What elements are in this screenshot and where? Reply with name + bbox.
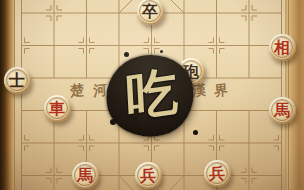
- capture-effect: 吃: [104, 51, 196, 139]
- piece-red-horse[interactable]: 馬: [269, 97, 296, 124]
- piece-glyph: 兵: [204, 160, 231, 187]
- piece-glyph: 車: [44, 95, 71, 122]
- ink-splatter: [124, 52, 129, 57]
- piece-glyph: 相: [269, 34, 296, 61]
- piece-black-soldier[interactable]: 卒: [137, 0, 164, 25]
- piece-glyph: 馬: [72, 162, 99, 189]
- piece-glyph: 馬: [269, 97, 296, 124]
- piece-glyph: 兵: [135, 162, 162, 189]
- piece-red-elephant[interactable]: 相: [269, 34, 296, 61]
- xiangqi-game-screen: 楚河漢界 卒相士砲車馬馬兵兵 吃: [0, 0, 304, 190]
- piece-black-advisor[interactable]: 士: [4, 67, 31, 94]
- piece-red-soldier[interactable]: 兵: [204, 160, 231, 187]
- piece-red-soldier[interactable]: 兵: [135, 162, 162, 189]
- river-char: 楚: [70, 81, 85, 100]
- ink-splatter: [160, 50, 163, 53]
- piece-red-horse[interactable]: 馬: [72, 162, 99, 189]
- piece-glyph: 士: [4, 67, 31, 94]
- piece-red-chariot[interactable]: 車: [44, 95, 71, 122]
- ink-splatter: [193, 130, 198, 135]
- capture-glyph: 吃: [106, 45, 198, 145]
- ink-splatter: [110, 119, 116, 125]
- river-char: 界: [214, 81, 229, 100]
- piece-glyph: 卒: [137, 0, 164, 25]
